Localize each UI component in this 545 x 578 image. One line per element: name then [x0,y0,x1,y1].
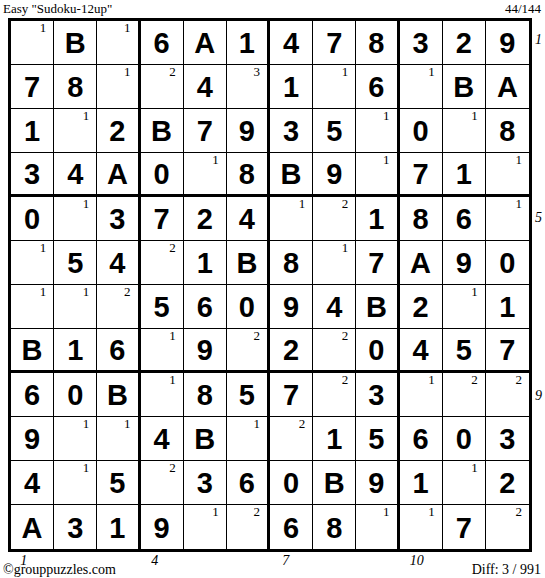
cell-value: 8 [413,205,429,234]
cell-r5c5[interactable]: 2 [184,197,227,241]
cell-value: 0 [154,160,170,189]
cell-r12c2[interactable]: 3 [54,505,97,549]
cell-r5c9[interactable]: 1 [356,197,399,241]
cell-r12c1[interactable]: A [11,505,54,549]
step-mark: 2 [516,373,523,387]
cell-r3c2[interactable]: 1 [54,109,97,153]
cell-value: 4 [283,29,299,58]
cell-value: 0 [456,425,472,454]
cell-value: 6 [413,425,429,454]
cell-r2c2[interactable]: 8 [54,65,97,109]
cell-r11c4[interactable]: 2 [141,461,184,505]
step-mark: 1 [471,285,478,299]
cell-r1c3[interactable]: 1 [97,21,140,65]
cell-r1c5[interactable]: A [184,21,227,65]
step-mark: 1 [428,65,435,79]
cell-r9c4[interactable]: 1 [141,373,184,417]
col-label-10: 10 [410,553,424,569]
cell-r5c3[interactable]: 3 [97,197,140,241]
cell-value: 0 [413,117,429,146]
step-mark: 1 [83,461,90,475]
cell-r6c5[interactable]: 1 [184,241,227,285]
cell-r8c8[interactable]: 2 [313,329,356,373]
cell-r10c5[interactable]: B [184,417,227,461]
cell-value: 1 [413,469,429,498]
cell-value: 9 [499,29,515,58]
step-mark: 1 [471,461,478,475]
cell-value: B [151,117,172,146]
cell-r3c12[interactable]: 8 [486,109,529,153]
step-mark: 1 [212,505,219,519]
cell-value: 3 [499,425,515,454]
cell-value: A [22,514,43,543]
cell-value: 7 [283,381,299,410]
cell-value: 3 [413,29,429,58]
cell-value: 1 [456,160,472,189]
row-label-5: 5 [532,210,545,226]
cell-r4c2[interactable]: 4 [54,153,97,197]
cell-r7c10[interactable]: 2 [400,285,443,329]
step-mark: 2 [124,285,131,299]
step-mark: 1 [516,153,523,167]
cell-r5c11[interactable]: 6 [443,197,486,241]
cell-r3c8[interactable]: 5 [313,109,356,153]
cell-r3c11[interactable]: 1 [443,109,486,153]
cell-r4c9[interactable]: 1 [356,153,399,197]
step-mark: 1 [428,373,435,387]
cell-r11c12[interactable]: 2 [486,461,529,505]
cell-r12c7[interactable]: 6 [270,505,313,549]
cell-value: 4 [197,73,213,102]
cell-value: 5 [456,336,472,365]
cell-r12c6[interactable]: 2 [227,505,270,549]
cell-value: 8 [283,249,299,278]
cell-r6c7[interactable]: 8 [270,241,313,285]
step-mark: 1 [383,153,390,167]
cell-value: 5 [154,293,170,322]
cell-r1c6[interactable]: 1 [227,21,270,65]
cell-value: 9 [154,514,170,543]
cell-value: B [107,381,128,410]
cell-r1c8[interactable]: 7 [313,21,356,65]
cell-r10c10[interactable]: 6 [400,417,443,461]
cell-r4c5[interactable]: 1 [184,153,227,197]
cell-value: B [324,469,345,498]
cell-r10c2[interactable]: 1 [54,417,97,461]
cell-value: 6 [109,336,125,365]
cell-r8c3[interactable]: 6 [97,329,140,373]
difficulty-text: Diff: 3 / 991 [472,562,541,578]
cell-value: 3 [67,514,83,543]
cell-r7c7[interactable]: 9 [270,285,313,329]
step-mark: 2 [342,197,349,211]
row-label-1: 1 [532,32,545,48]
cell-value: A [410,249,431,278]
cell-r6c11[interactable]: 9 [443,241,486,285]
step-mark: 1 [83,285,90,299]
cell-r2c4[interactable]: 2 [141,65,184,109]
cell-r9c3[interactable]: B [97,373,140,417]
cell-r11c11[interactable]: 1 [443,461,486,505]
cell-value: B [236,249,257,278]
step-mark: 1 [342,241,349,255]
step-mark: 1 [471,109,478,123]
cell-r2c8[interactable]: 1 [313,65,356,109]
cell-r8c6[interactable]: 2 [227,329,270,373]
cell-r4c6[interactable]: 8 [227,153,270,197]
cell-value: 6 [24,381,40,410]
puzzle-title: Easy "Sudoku-12up" [3,1,112,17]
cell-value: 0 [239,293,255,322]
cell-value: 0 [67,381,83,410]
cell-r5c10[interactable]: 8 [400,197,443,241]
cell-r9c9[interactable]: 3 [356,373,399,417]
cell-r9c2[interactable]: 0 [54,373,97,417]
cell-value: 0 [368,336,384,365]
cell-r7c1[interactable]: 1 [11,285,54,329]
cell-value: 7 [197,117,213,146]
cell-r6c1[interactable]: 1 [11,241,54,285]
cell-r2c6[interactable]: 3 [227,65,270,109]
step-mark: 1 [83,109,90,123]
cell-r4c11[interactable]: 1 [443,153,486,197]
cell-r3c9[interactable]: 1 [356,109,399,153]
step-mark: 2 [254,329,261,343]
cell-value: 5 [67,249,83,278]
step-mark: 1 [169,329,176,343]
step-mark: 1 [383,109,390,123]
cell-r6c3[interactable]: 4 [97,241,140,285]
cell-r1c4[interactable]: 6 [141,21,184,65]
step-mark: 1 [428,505,435,519]
cell-r3c7[interactable]: 3 [270,109,313,153]
cell-value: 1 [109,514,125,543]
cell-r1c7[interactable]: 4 [270,21,313,65]
step-mark: 1 [516,197,523,211]
cell-r1c1[interactable]: 1 [11,21,54,65]
cell-value: 5 [368,425,384,454]
cell-r8c2[interactable]: 1 [54,329,97,373]
cell-r4c12[interactable]: 1 [486,153,529,197]
step-mark: 1 [169,373,176,387]
col-label-4: 4 [151,553,158,569]
step-mark: 1 [299,197,306,211]
cell-value: 9 [197,336,213,365]
step-mark: 2 [169,241,176,255]
cell-r10c9[interactable]: 5 [356,417,399,461]
cell-r7c6[interactable]: 0 [227,285,270,329]
cell-r10c6[interactable]: 1 [227,417,270,461]
cell-value: 0 [24,205,40,234]
cell-value: 1 [24,117,40,146]
cell-value: 7 [499,336,515,365]
cell-r1c2[interactable]: B [54,21,97,65]
cell-r9c6[interactable]: 5 [227,373,270,417]
cell-r5c2[interactable]: 1 [54,197,97,241]
cell-r11c9[interactable]: 9 [356,461,399,505]
cell-r5c12[interactable]: 1 [486,197,529,241]
cell-r10c11[interactable]: 0 [443,417,486,461]
cell-r9c11[interactable]: 2 [443,373,486,417]
cell-r2c5[interactable]: 4 [184,65,227,109]
cell-value: 5 [326,117,342,146]
step-mark: 1 [342,65,349,79]
cell-r7c3[interactable]: 2 [97,285,140,329]
cell-r3c4[interactable]: B [141,109,184,153]
cell-value: 8 [368,29,384,58]
cell-value: 3 [109,205,125,234]
step-mark: 2 [254,505,261,519]
cell-r10c12[interactable]: 3 [486,417,529,461]
cell-r8c11[interactable]: 5 [443,329,486,373]
cell-value: 7 [326,29,342,58]
step-mark: 1 [40,241,47,255]
cell-value: 4 [24,469,40,498]
cell-value: 0 [499,249,515,278]
step-mark: 1 [124,417,131,431]
cell-r1c11[interactable]: 2 [443,21,486,65]
cell-r2c11[interactable]: B [443,65,486,109]
cell-r10c1[interactable]: 9 [11,417,54,461]
cell-r9c5[interactable]: 8 [184,373,227,417]
cell-value: 1 [326,425,342,454]
cell-r3c10[interactable]: 0 [400,109,443,153]
cell-value: 8 [326,514,342,543]
cell-r2c1[interactable]: 7 [11,65,54,109]
cell-value: A [497,73,518,102]
cell-value: 1 [283,73,299,102]
step-mark: 2 [169,461,176,475]
cell-value: 9 [24,425,40,454]
cell-value: 2 [499,469,515,498]
cell-r11c6[interactable]: 6 [227,461,270,505]
step-mark: 1 [254,417,261,431]
step-mark: 1 [83,417,90,431]
cell-r6c12[interactable]: 0 [486,241,529,285]
cell-value: 9 [239,117,255,146]
step-mark: 1 [124,65,131,79]
cell-value: 7 [456,514,472,543]
cell-value: 2 [283,336,299,365]
cell-r8c5[interactable]: 9 [184,329,227,373]
cell-r9c10[interactable]: 1 [400,373,443,417]
cell-value: 1 [239,29,255,58]
cell-r11c2[interactable]: 1 [54,461,97,505]
cell-value: 5 [239,381,255,410]
cell-r7c4[interactable]: 5 [141,285,184,329]
cell-r4c4[interactable]: 0 [141,153,184,197]
cell-r9c8[interactable]: 2 [313,373,356,417]
cell-value: 9 [326,160,342,189]
cell-r6c10[interactable]: A [400,241,443,285]
cell-value: 2 [413,293,429,322]
cell-r11c7[interactable]: 0 [270,461,313,505]
cell-r6c4[interactable]: 2 [141,241,184,285]
cell-r9c7[interactable]: 7 [270,373,313,417]
cell-r12c10[interactable]: 1 [400,505,443,549]
cell-r10c3[interactable]: 1 [97,417,140,461]
cell-value: 9 [368,469,384,498]
cell-value: 4 [67,160,83,189]
cell-value: 3 [283,117,299,146]
cell-value: 2 [197,205,213,234]
cell-r12c12[interactable]: 2 [486,505,529,549]
cell-r2c7[interactable]: 1 [270,65,313,109]
cell-r9c12[interactable]: 2 [486,373,529,417]
cell-r11c5[interactable]: 3 [184,461,227,505]
cell-value: B [281,160,302,189]
cell-value: 1 [368,205,384,234]
cell-r1c9[interactable]: 8 [356,21,399,65]
cell-r10c4[interactable]: 4 [141,417,184,461]
row-label-9: 9 [532,388,545,404]
cell-r10c8[interactable]: 1 [313,417,356,461]
cell-r1c10[interactable]: 3 [400,21,443,65]
cell-r11c8[interactable]: B [313,461,356,505]
cell-r2c12[interactable]: A [486,65,529,109]
cell-value: 3 [24,160,40,189]
cell-r7c2[interactable]: 1 [54,285,97,329]
cell-value: 7 [24,73,40,102]
cell-r7c9[interactable]: B [356,285,399,329]
cell-r8c12[interactable]: 7 [486,329,529,373]
step-mark: 2 [471,373,478,387]
cell-value: 4 [154,425,170,454]
cell-r2c10[interactable]: 1 [400,65,443,109]
cell-r11c3[interactable]: 5 [97,461,140,505]
cell-value: 1 [67,336,83,365]
cell-r5c7[interactable]: 1 [270,197,313,241]
cell-value: B [65,29,86,58]
cell-value: 3 [368,381,384,410]
cell-r3c3[interactable]: 2 [97,109,140,153]
cell-r7c12[interactable]: 1 [486,285,529,329]
cell-value: 8 [67,73,83,102]
cell-value: B [366,293,387,322]
cell-r7c5[interactable]: 6 [184,285,227,329]
cell-r5c4[interactable]: 7 [141,197,184,241]
cell-value: 6 [197,293,213,322]
cell-value: 7 [154,205,170,234]
cell-r9c1[interactable]: 6 [11,373,54,417]
cell-value: 1 [197,249,213,278]
cell-value: 4 [109,249,125,278]
puzzle-page: Easy "Sudoku-12up" 44/144 1B16A147832978… [0,0,545,578]
site-credit: ©grouppuzzles.com [3,562,116,578]
cell-r2c9[interactable]: 6 [356,65,399,109]
cell-value: B [453,73,474,102]
cell-value: 9 [456,249,472,278]
cell-value: 8 [239,160,255,189]
cell-r5c8[interactable]: 2 [313,197,356,241]
cell-value: 2 [456,29,472,58]
cell-r2c3[interactable]: 1 [97,65,140,109]
cell-r4c7[interactable]: B [270,153,313,197]
cell-value: 6 [456,205,472,234]
cell-r8c7[interactable]: 2 [270,329,313,373]
step-mark: 1 [83,197,90,211]
cell-value: 6 [368,73,384,102]
cell-r12c3[interactable]: 1 [97,505,140,549]
cell-value: 6 [154,29,170,58]
step-mark: 1 [383,505,390,519]
step-mark: 1 [40,21,47,35]
cell-r8c9[interactable]: 0 [356,329,399,373]
cell-r4c10[interactable]: 7 [400,153,443,197]
cell-r12c11[interactable]: 7 [443,505,486,549]
step-mark: 1 [124,21,131,35]
cell-value: 3 [197,469,213,498]
step-mark: 2 [342,329,349,343]
cell-r5c1[interactable]: 0 [11,197,54,241]
cell-r8c1[interactable]: B [11,329,54,373]
col-label-7: 7 [282,553,289,569]
step-mark: 1 [212,153,219,167]
cell-value: 9 [283,293,299,322]
cell-value: 7 [368,249,384,278]
sudoku-board: 1B16A14783297812431161BA112B7935101834A0… [8,18,532,552]
cell-r12c4[interactable]: 9 [141,505,184,549]
cell-value: 4 [326,293,342,322]
cell-r11c1[interactable]: 4 [11,461,54,505]
cell-r3c1[interactable]: 1 [11,109,54,153]
cell-value: B [22,336,43,365]
cell-value: B [194,425,215,454]
step-mark: 2 [342,373,349,387]
cell-value: 6 [283,514,299,543]
cell-value: 2 [109,117,125,146]
cell-value: 8 [197,381,213,410]
step-mark: 2 [299,417,306,431]
cell-r12c9[interactable]: 1 [356,505,399,549]
cell-r6c8[interactable]: 1 [313,241,356,285]
cell-r6c2[interactable]: 5 [54,241,97,285]
cell-r4c3[interactable]: A [97,153,140,197]
step-mark: 2 [169,65,176,79]
cell-value: 8 [499,117,515,146]
cell-value: 7 [413,160,429,189]
step-mark: 2 [516,505,523,519]
cell-r7c11[interactable]: 1 [443,285,486,329]
cell-r1c12[interactable]: 9 [486,21,529,65]
cell-value: 1 [499,293,515,322]
empty-cell-counter: 44/144 [505,1,541,17]
cell-r8c4[interactable]: 1 [141,329,184,373]
cell-r10c7[interactable]: 2 [270,417,313,461]
cell-r8c10[interactable]: 4 [400,329,443,373]
cell-value: 0 [283,469,299,498]
cell-r7c8[interactable]: 4 [313,285,356,329]
cell-r4c8[interactable]: 9 [313,153,356,197]
cell-value: 4 [413,336,429,365]
cell-value: A [107,160,128,189]
cell-r6c9[interactable]: 7 [356,241,399,285]
cell-value: 6 [239,469,255,498]
step-mark: 3 [254,65,261,79]
cell-value: A [194,29,215,58]
cell-value: 5 [109,469,125,498]
cell-r4c1[interactable]: 3 [11,153,54,197]
cell-r3c6[interactable]: 9 [227,109,270,153]
cell-r3c5[interactable]: 7 [184,109,227,153]
cell-r6c6[interactable]: B [227,241,270,285]
cell-r5c6[interactable]: 4 [227,197,270,241]
step-mark: 1 [40,285,47,299]
cell-value: 4 [239,205,255,234]
cell-r12c8[interactable]: 8 [313,505,356,549]
cell-r12c5[interactable]: 1 [184,505,227,549]
cell-r11c10[interactable]: 1 [400,461,443,505]
